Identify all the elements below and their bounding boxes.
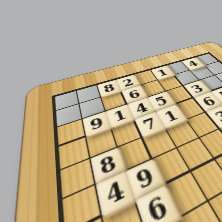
cell-r2-c1[interactable] <box>56 104 82 128</box>
game-background: 8214691453716583496 <box>0 0 222 222</box>
tile-1-r1-c6[interactable]: 1 <box>151 66 175 80</box>
sudoku-grid: 8214691453716583496 <box>52 52 222 222</box>
sudoku-board: 8214691453716583496 <box>0 41 222 222</box>
